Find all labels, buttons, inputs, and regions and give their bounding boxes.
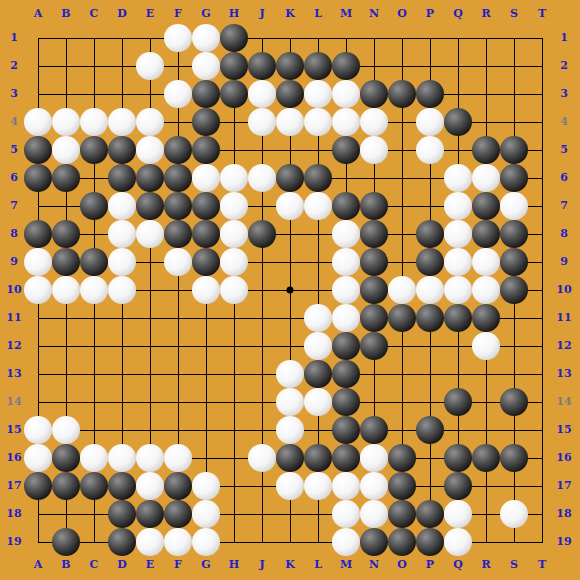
point-S1[interactable] [500, 24, 528, 52]
point-E8[interactable] [136, 220, 164, 248]
point-R3[interactable] [472, 80, 500, 108]
point-G19[interactable] [192, 528, 220, 556]
point-O11[interactable] [388, 304, 416, 332]
point-S14[interactable] [500, 388, 528, 416]
point-B13[interactable] [52, 360, 80, 388]
point-Q19[interactable] [444, 528, 472, 556]
point-E5[interactable] [136, 136, 164, 164]
point-A9[interactable] [24, 248, 52, 276]
point-S3[interactable] [500, 80, 528, 108]
point-Q2[interactable] [444, 52, 472, 80]
point-G13[interactable] [192, 360, 220, 388]
point-P7[interactable] [416, 192, 444, 220]
point-B6[interactable] [52, 164, 80, 192]
point-C18[interactable] [80, 500, 108, 528]
point-S16[interactable] [500, 444, 528, 472]
point-B5[interactable] [52, 136, 80, 164]
point-M15[interactable] [332, 416, 360, 444]
point-H11[interactable] [220, 304, 248, 332]
point-E15[interactable] [136, 416, 164, 444]
point-L7[interactable] [304, 192, 332, 220]
point-E9[interactable] [136, 248, 164, 276]
point-E16[interactable] [136, 444, 164, 472]
point-D11[interactable] [108, 304, 136, 332]
point-R14[interactable] [472, 388, 500, 416]
point-O14[interactable] [388, 388, 416, 416]
point-M19[interactable] [332, 528, 360, 556]
point-J9[interactable] [248, 248, 276, 276]
point-G12[interactable] [192, 332, 220, 360]
point-P19[interactable] [416, 528, 444, 556]
point-J3[interactable] [248, 80, 276, 108]
point-C7[interactable] [80, 192, 108, 220]
point-S2[interactable] [500, 52, 528, 80]
point-S6[interactable] [500, 164, 528, 192]
point-G8[interactable] [192, 220, 220, 248]
point-D5[interactable] [108, 136, 136, 164]
point-G2[interactable] [192, 52, 220, 80]
point-R16[interactable] [472, 444, 500, 472]
point-B15[interactable] [52, 416, 80, 444]
point-G1[interactable] [192, 24, 220, 52]
point-J17[interactable] [248, 472, 276, 500]
point-E7[interactable] [136, 192, 164, 220]
point-S5[interactable] [500, 136, 528, 164]
point-A16[interactable] [24, 444, 52, 472]
point-J19[interactable] [248, 528, 276, 556]
point-Q16[interactable] [444, 444, 472, 472]
point-H1[interactable] [220, 24, 248, 52]
point-B17[interactable] [52, 472, 80, 500]
point-N13[interactable] [360, 360, 388, 388]
point-A18[interactable] [24, 500, 52, 528]
point-H9[interactable] [220, 248, 248, 276]
point-D16[interactable] [108, 444, 136, 472]
point-K12[interactable] [276, 332, 304, 360]
point-K17[interactable] [276, 472, 304, 500]
point-L13[interactable] [304, 360, 332, 388]
point-R19[interactable] [472, 528, 500, 556]
point-J6[interactable] [248, 164, 276, 192]
point-R15[interactable] [472, 416, 500, 444]
point-E13[interactable] [136, 360, 164, 388]
point-L16[interactable] [304, 444, 332, 472]
point-C19[interactable] [80, 528, 108, 556]
point-D3[interactable] [108, 80, 136, 108]
point-N10[interactable] [360, 276, 388, 304]
point-A13[interactable] [24, 360, 52, 388]
point-E4[interactable] [136, 108, 164, 136]
point-A1[interactable] [24, 24, 52, 52]
point-E14[interactable] [136, 388, 164, 416]
point-L2[interactable] [304, 52, 332, 80]
point-A14[interactable] [24, 388, 52, 416]
point-A4[interactable] [24, 108, 52, 136]
point-M8[interactable] [332, 220, 360, 248]
point-J1[interactable] [248, 24, 276, 52]
point-S10[interactable] [500, 276, 528, 304]
point-E1[interactable] [136, 24, 164, 52]
point-L6[interactable] [304, 164, 332, 192]
point-M14[interactable] [332, 388, 360, 416]
point-N16[interactable] [360, 444, 388, 472]
point-D10[interactable] [108, 276, 136, 304]
point-K5[interactable] [276, 136, 304, 164]
point-B16[interactable] [52, 444, 80, 472]
point-Q8[interactable] [444, 220, 472, 248]
point-K19[interactable] [276, 528, 304, 556]
point-M11[interactable] [332, 304, 360, 332]
point-C11[interactable] [80, 304, 108, 332]
point-N5[interactable] [360, 136, 388, 164]
point-S7[interactable] [500, 192, 528, 220]
point-L12[interactable] [304, 332, 332, 360]
point-K15[interactable] [276, 416, 304, 444]
point-L8[interactable] [304, 220, 332, 248]
point-O9[interactable] [388, 248, 416, 276]
point-C2[interactable] [80, 52, 108, 80]
point-R10[interactable] [472, 276, 500, 304]
point-Q10[interactable] [444, 276, 472, 304]
point-M18[interactable] [332, 500, 360, 528]
point-F13[interactable] [164, 360, 192, 388]
point-H14[interactable] [220, 388, 248, 416]
point-F7[interactable] [164, 192, 192, 220]
point-S9[interactable] [500, 248, 528, 276]
point-J5[interactable] [248, 136, 276, 164]
point-S19[interactable] [500, 528, 528, 556]
point-F4[interactable] [164, 108, 192, 136]
point-L4[interactable] [304, 108, 332, 136]
point-B1[interactable] [52, 24, 80, 52]
point-Q4[interactable] [444, 108, 472, 136]
point-N19[interactable] [360, 528, 388, 556]
point-B18[interactable] [52, 500, 80, 528]
point-B7[interactable] [52, 192, 80, 220]
point-R5[interactable] [472, 136, 500, 164]
point-M17[interactable] [332, 472, 360, 500]
point-Q7[interactable] [444, 192, 472, 220]
point-A5[interactable] [24, 136, 52, 164]
point-K18[interactable] [276, 500, 304, 528]
point-G6[interactable] [192, 164, 220, 192]
point-H18[interactable] [220, 500, 248, 528]
point-H10[interactable] [220, 276, 248, 304]
point-G11[interactable] [192, 304, 220, 332]
point-P5[interactable] [416, 136, 444, 164]
point-A2[interactable] [24, 52, 52, 80]
point-H2[interactable] [220, 52, 248, 80]
point-O3[interactable] [388, 80, 416, 108]
point-A8[interactable] [24, 220, 52, 248]
point-K4[interactable] [276, 108, 304, 136]
point-F10[interactable] [164, 276, 192, 304]
point-A11[interactable] [24, 304, 52, 332]
point-Q13[interactable] [444, 360, 472, 388]
point-A3[interactable] [24, 80, 52, 108]
point-A7[interactable] [24, 192, 52, 220]
point-N6[interactable] [360, 164, 388, 192]
point-N15[interactable] [360, 416, 388, 444]
point-P4[interactable] [416, 108, 444, 136]
point-Q1[interactable] [444, 24, 472, 52]
point-C12[interactable] [80, 332, 108, 360]
point-D15[interactable] [108, 416, 136, 444]
point-D18[interactable] [108, 500, 136, 528]
point-C1[interactable] [80, 24, 108, 52]
point-K10[interactable] [276, 276, 304, 304]
point-P1[interactable] [416, 24, 444, 52]
point-Q3[interactable] [444, 80, 472, 108]
point-M16[interactable] [332, 444, 360, 472]
point-K7[interactable] [276, 192, 304, 220]
point-O10[interactable] [388, 276, 416, 304]
point-K11[interactable] [276, 304, 304, 332]
point-M5[interactable] [332, 136, 360, 164]
point-D7[interactable] [108, 192, 136, 220]
point-L10[interactable] [304, 276, 332, 304]
point-R17[interactable] [472, 472, 500, 500]
point-D13[interactable] [108, 360, 136, 388]
point-B12[interactable] [52, 332, 80, 360]
point-A12[interactable] [24, 332, 52, 360]
point-R7[interactable] [472, 192, 500, 220]
point-S17[interactable] [500, 472, 528, 500]
point-E19[interactable] [136, 528, 164, 556]
point-S18[interactable] [500, 500, 528, 528]
point-O18[interactable] [388, 500, 416, 528]
point-D17[interactable] [108, 472, 136, 500]
point-N14[interactable] [360, 388, 388, 416]
point-L18[interactable] [304, 500, 332, 528]
point-P9[interactable] [416, 248, 444, 276]
point-S13[interactable] [500, 360, 528, 388]
point-F17[interactable] [164, 472, 192, 500]
point-D8[interactable] [108, 220, 136, 248]
point-S15[interactable] [500, 416, 528, 444]
point-B19[interactable] [52, 528, 80, 556]
point-J15[interactable] [248, 416, 276, 444]
point-F12[interactable] [164, 332, 192, 360]
point-H13[interactable] [220, 360, 248, 388]
point-P14[interactable] [416, 388, 444, 416]
point-L1[interactable] [304, 24, 332, 52]
point-N8[interactable] [360, 220, 388, 248]
point-L19[interactable] [304, 528, 332, 556]
point-R8[interactable] [472, 220, 500, 248]
point-D2[interactable] [108, 52, 136, 80]
point-G17[interactable] [192, 472, 220, 500]
point-J14[interactable] [248, 388, 276, 416]
point-O15[interactable] [388, 416, 416, 444]
point-B8[interactable] [52, 220, 80, 248]
point-N3[interactable] [360, 80, 388, 108]
point-K14[interactable] [276, 388, 304, 416]
point-M10[interactable] [332, 276, 360, 304]
point-R6[interactable] [472, 164, 500, 192]
point-P10[interactable] [416, 276, 444, 304]
point-Q14[interactable] [444, 388, 472, 416]
point-G9[interactable] [192, 248, 220, 276]
point-G5[interactable] [192, 136, 220, 164]
point-P2[interactable] [416, 52, 444, 80]
point-K9[interactable] [276, 248, 304, 276]
point-S12[interactable] [500, 332, 528, 360]
point-D9[interactable] [108, 248, 136, 276]
point-B3[interactable] [52, 80, 80, 108]
point-P8[interactable] [416, 220, 444, 248]
point-P11[interactable] [416, 304, 444, 332]
point-Q18[interactable] [444, 500, 472, 528]
point-L14[interactable] [304, 388, 332, 416]
point-J12[interactable] [248, 332, 276, 360]
point-K3[interactable] [276, 80, 304, 108]
point-E2[interactable] [136, 52, 164, 80]
point-D1[interactable] [108, 24, 136, 52]
point-F1[interactable] [164, 24, 192, 52]
point-C5[interactable] [80, 136, 108, 164]
point-J10[interactable] [248, 276, 276, 304]
point-G16[interactable] [192, 444, 220, 472]
point-P3[interactable] [416, 80, 444, 108]
point-O2[interactable] [388, 52, 416, 80]
point-G7[interactable] [192, 192, 220, 220]
point-O17[interactable] [388, 472, 416, 500]
point-K2[interactable] [276, 52, 304, 80]
point-E18[interactable] [136, 500, 164, 528]
point-A6[interactable] [24, 164, 52, 192]
point-S4[interactable] [500, 108, 528, 136]
point-L5[interactable] [304, 136, 332, 164]
point-O1[interactable] [388, 24, 416, 52]
point-D19[interactable] [108, 528, 136, 556]
point-F6[interactable] [164, 164, 192, 192]
point-N4[interactable] [360, 108, 388, 136]
point-K6[interactable] [276, 164, 304, 192]
point-G14[interactable] [192, 388, 220, 416]
point-O13[interactable] [388, 360, 416, 388]
point-C3[interactable] [80, 80, 108, 108]
point-P18[interactable] [416, 500, 444, 528]
point-Q9[interactable] [444, 248, 472, 276]
point-K16[interactable] [276, 444, 304, 472]
point-O6[interactable] [388, 164, 416, 192]
point-M1[interactable] [332, 24, 360, 52]
point-E10[interactable] [136, 276, 164, 304]
point-F9[interactable] [164, 248, 192, 276]
point-B9[interactable] [52, 248, 80, 276]
point-N7[interactable] [360, 192, 388, 220]
point-H6[interactable] [220, 164, 248, 192]
point-Q11[interactable] [444, 304, 472, 332]
point-J2[interactable] [248, 52, 276, 80]
point-B14[interactable] [52, 388, 80, 416]
point-P6[interactable] [416, 164, 444, 192]
point-Q12[interactable] [444, 332, 472, 360]
point-O5[interactable] [388, 136, 416, 164]
point-J13[interactable] [248, 360, 276, 388]
point-D12[interactable] [108, 332, 136, 360]
point-B2[interactable] [52, 52, 80, 80]
point-J4[interactable] [248, 108, 276, 136]
point-F2[interactable] [164, 52, 192, 80]
point-H19[interactable] [220, 528, 248, 556]
point-N1[interactable] [360, 24, 388, 52]
point-S11[interactable] [500, 304, 528, 332]
point-R1[interactable] [472, 24, 500, 52]
point-P16[interactable] [416, 444, 444, 472]
point-O12[interactable] [388, 332, 416, 360]
point-K13[interactable] [276, 360, 304, 388]
point-B11[interactable] [52, 304, 80, 332]
point-M12[interactable] [332, 332, 360, 360]
point-S8[interactable] [500, 220, 528, 248]
point-J7[interactable] [248, 192, 276, 220]
point-C13[interactable] [80, 360, 108, 388]
point-J11[interactable] [248, 304, 276, 332]
point-C16[interactable] [80, 444, 108, 472]
point-N2[interactable] [360, 52, 388, 80]
point-M7[interactable] [332, 192, 360, 220]
point-C4[interactable] [80, 108, 108, 136]
point-M9[interactable] [332, 248, 360, 276]
point-P12[interactable] [416, 332, 444, 360]
point-H17[interactable] [220, 472, 248, 500]
point-O4[interactable] [388, 108, 416, 136]
point-G18[interactable] [192, 500, 220, 528]
point-A15[interactable] [24, 416, 52, 444]
point-C10[interactable] [80, 276, 108, 304]
point-F15[interactable] [164, 416, 192, 444]
point-R4[interactable] [472, 108, 500, 136]
point-F18[interactable] [164, 500, 192, 528]
point-K1[interactable] [276, 24, 304, 52]
point-D14[interactable] [108, 388, 136, 416]
point-M13[interactable] [332, 360, 360, 388]
point-Q5[interactable] [444, 136, 472, 164]
point-P15[interactable] [416, 416, 444, 444]
point-R11[interactable] [472, 304, 500, 332]
point-E3[interactable] [136, 80, 164, 108]
point-H16[interactable] [220, 444, 248, 472]
point-G4[interactable] [192, 108, 220, 136]
point-B10[interactable] [52, 276, 80, 304]
point-E11[interactable] [136, 304, 164, 332]
point-G10[interactable] [192, 276, 220, 304]
point-M4[interactable] [332, 108, 360, 136]
point-O8[interactable] [388, 220, 416, 248]
point-L3[interactable] [304, 80, 332, 108]
point-J16[interactable] [248, 444, 276, 472]
point-A19[interactable] [24, 528, 52, 556]
point-O7[interactable] [388, 192, 416, 220]
point-L9[interactable] [304, 248, 332, 276]
point-M3[interactable] [332, 80, 360, 108]
point-M2[interactable] [332, 52, 360, 80]
point-C8[interactable] [80, 220, 108, 248]
point-L11[interactable] [304, 304, 332, 332]
point-N11[interactable] [360, 304, 388, 332]
point-P17[interactable] [416, 472, 444, 500]
point-G15[interactable] [192, 416, 220, 444]
point-P13[interactable] [416, 360, 444, 388]
point-J8[interactable] [248, 220, 276, 248]
point-N17[interactable] [360, 472, 388, 500]
point-L15[interactable] [304, 416, 332, 444]
point-Q17[interactable] [444, 472, 472, 500]
point-H3[interactable] [220, 80, 248, 108]
point-L17[interactable] [304, 472, 332, 500]
